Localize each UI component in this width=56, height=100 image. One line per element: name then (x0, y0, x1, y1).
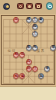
piece-black-將[interactable]: 將 (26, 17, 32, 23)
toolbar-button-1[interactable] (17, 3, 24, 10)
xiangqi-board[interactable]: 楚河 漢界 兵將士象砲士卒馬卒相傌兵帥仕車炮俥砲 (0, 14, 56, 86)
piece-red-兵[interactable]: 兵 (26, 59, 32, 65)
piece-red-兵[interactable]: 兵 (13, 17, 19, 23)
ring-icon (19, 5, 22, 8)
piece-black-馬[interactable]: 馬 (32, 45, 38, 51)
piece-black-士[interactable]: 士 (32, 31, 38, 37)
player-avatar[interactable] (3, 3, 10, 10)
square-icon (37, 5, 40, 8)
toolbar (0, 0, 56, 14)
toolbar-button-3[interactable] (35, 3, 42, 10)
piece-red-帥[interactable]: 帥 (26, 66, 32, 72)
piece-black-象[interactable]: 象 (38, 17, 44, 23)
right-round-button[interactable] (46, 2, 54, 10)
river-text-right: 漢界 (37, 50, 45, 53)
piece-black-卒[interactable]: 卒 (26, 45, 32, 51)
piece-black-士[interactable]: 士 (32, 17, 38, 23)
piece-black-砲[interactable]: 砲 (32, 24, 38, 30)
player-avatar-icon (6, 5, 9, 8)
bottom-strip (0, 86, 56, 100)
disc-icon (28, 5, 31, 8)
toolbar-button-2[interactable] (26, 3, 33, 10)
piece-red-仕[interactable]: 仕 (32, 66, 38, 72)
xiangqi-app-screen: 楚河 漢界 兵將士象砲士卒馬卒相傌兵帥仕車炮俥砲 (0, 0, 56, 100)
